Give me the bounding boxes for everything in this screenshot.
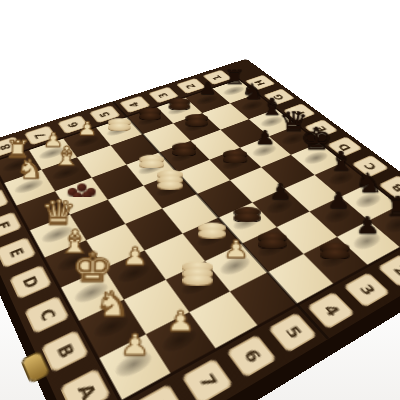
white-pawn-a8[interactable]: ♟ bbox=[99, 330, 170, 365]
dark-checker-stack-f4[interactable] bbox=[172, 138, 196, 156]
light-checker-stack-b6[interactable] bbox=[182, 255, 213, 286]
white-knight-g8[interactable]: ♞ bbox=[3, 156, 56, 187]
black-pawn-c3[interactable]: ♟ bbox=[253, 181, 307, 207]
dark-checker-stack-g3[interactable] bbox=[185, 109, 208, 126]
chess-board: HGFEDCBAHGFEDCBA8765432187654321 ♜♞♟♟♝♛♝… bbox=[0, 59, 400, 400]
white-pawn-b5[interactable]: ♟ bbox=[206, 237, 266, 267]
perspective-scene: HGFEDCBAHGFEDCBA8765432187654321 ♜♞♟♟♝♛♝… bbox=[0, 0, 400, 400]
product-photo-background: HGFEDCBAHGFEDCBA8765432187654321 ♜♞♟♟♝♛♝… bbox=[0, 0, 400, 400]
dark-checker-disc bbox=[172, 148, 196, 156]
black-pawn-e2[interactable]: ♟ bbox=[241, 128, 290, 151]
small-dark-pawn bbox=[77, 183, 86, 191]
dark-checker-disc bbox=[320, 249, 350, 259]
dark-checker-disc bbox=[223, 155, 248, 163]
dark-checker-stack-a3[interactable] bbox=[320, 236, 350, 259]
light-checker-disc bbox=[108, 123, 131, 131]
dark-checker-stack-c4[interactable] bbox=[233, 201, 261, 222]
light-checker-disc bbox=[157, 181, 183, 190]
dark-checker-disc bbox=[139, 113, 162, 121]
light-checker-stack-e5[interactable] bbox=[157, 164, 183, 189]
light-checker-disc bbox=[182, 275, 213, 286]
white-knight-b8[interactable]: ♞ bbox=[79, 287, 146, 327]
dark-checker-disc bbox=[185, 119, 208, 127]
dark-checker-stack-e3[interactable] bbox=[223, 145, 248, 164]
dark-checker-disc bbox=[233, 213, 261, 222]
